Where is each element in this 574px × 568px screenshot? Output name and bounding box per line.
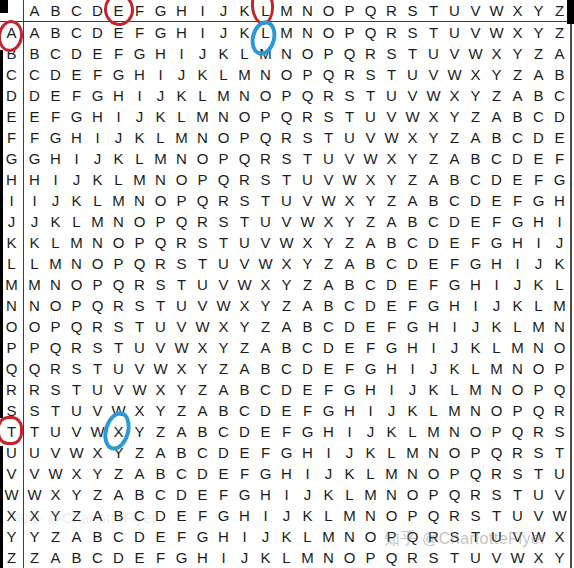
cell-E-A: E [24, 106, 45, 127]
cell-T-F: Y [129, 421, 150, 442]
cell-F-D: I [87, 127, 108, 148]
cell-J-O: X [318, 211, 339, 232]
cell-A-Y: Y [528, 22, 549, 43]
cell-V-L: G [255, 463, 276, 484]
cell-S-V: N [465, 400, 486, 421]
cell-W-O: K [318, 484, 339, 505]
cell-V-M: H [276, 463, 297, 484]
cell-U-H: B [171, 442, 192, 463]
col-header-F: F [129, 0, 150, 22]
cell-W-K: G [234, 484, 255, 505]
cell-L-C: N [66, 253, 87, 274]
cell-V-K: F [234, 463, 255, 484]
row-header-E: E [0, 106, 24, 127]
cell-G-B: H [45, 148, 66, 169]
cell-U-V: P [465, 442, 486, 463]
cell-I-J: R [213, 190, 234, 211]
cell-J-V: E [465, 211, 486, 232]
cell-S-B: T [45, 400, 66, 421]
row-header-M: M [0, 274, 24, 295]
col-header-H: H [171, 0, 192, 22]
cell-T-Z: S [549, 421, 570, 442]
cell-B-Q: R [360, 43, 381, 64]
cell-L-A: L [24, 253, 45, 274]
cell-L-M: X [276, 253, 297, 274]
cell-X-R: O [381, 505, 402, 526]
row-header-Y: Y [0, 526, 24, 547]
cell-W-W: S [486, 484, 507, 505]
cell-Y-J: H [213, 526, 234, 547]
cell-A-Q: Q [360, 22, 381, 43]
cell-F-H: M [171, 127, 192, 148]
cell-Q-K: A [234, 358, 255, 379]
cell-P-X: M [507, 337, 528, 358]
cell-K-H: R [171, 232, 192, 253]
cell-A-C: C [66, 22, 87, 43]
cell-P-Q: F [360, 337, 381, 358]
cell-U-B: V [45, 442, 66, 463]
cell-S-Q: I [360, 400, 381, 421]
cell-S-J: B [213, 400, 234, 421]
cell-R-F: W [129, 379, 150, 400]
row-header-D: D [0, 85, 24, 106]
cell-V-D: Y [87, 463, 108, 484]
cell-C-X: Z [507, 64, 528, 85]
cell-Y-U: S [444, 526, 465, 547]
cell-M-H: T [171, 274, 192, 295]
cell-N-F: S [129, 295, 150, 316]
cell-M-Z: L [549, 274, 570, 295]
cell-H-K: R [234, 169, 255, 190]
cell-S-G: Y [150, 400, 171, 421]
cell-O-H: V [171, 316, 192, 337]
cell-E-C: G [66, 106, 87, 127]
cell-P-D: S [87, 337, 108, 358]
cell-Q-E: U [108, 358, 129, 379]
cell-N-Q: D [360, 295, 381, 316]
row-header-V: V [0, 463, 24, 484]
cell-D-S: V [402, 85, 423, 106]
cell-U-D: X [87, 442, 108, 463]
col-header-T: T [423, 0, 444, 22]
cell-W-A: W [24, 484, 45, 505]
cell-R-E: V [108, 379, 129, 400]
cell-L-W: H [486, 253, 507, 274]
cell-D-F: I [129, 85, 150, 106]
cell-X-O: L [318, 505, 339, 526]
cell-V-V: Q [465, 463, 486, 484]
cell-J-E: N [108, 211, 129, 232]
cell-Y-I: G [192, 526, 213, 547]
cell-X-S: P [402, 505, 423, 526]
cell-Z-Z: Y [549, 547, 570, 568]
cell-N-N: A [297, 295, 318, 316]
cell-P-U: J [444, 337, 465, 358]
cell-I-B: J [45, 190, 66, 211]
cell-V-Q: L [360, 463, 381, 484]
cell-S-L: D [255, 400, 276, 421]
cell-I-T: B [423, 190, 444, 211]
cell-H-Y: F [528, 169, 549, 190]
cell-Q-I: Y [192, 358, 213, 379]
cell-E-E: I [108, 106, 129, 127]
cell-J-X: G [507, 211, 528, 232]
cell-K-W: G [486, 232, 507, 253]
cell-R-B: S [45, 379, 66, 400]
cell-N-E: R [108, 295, 129, 316]
cell-N-D: Q [87, 295, 108, 316]
cell-Y-V: T [465, 526, 486, 547]
cell-Z-C: B [66, 547, 87, 568]
cell-V-A: V [24, 463, 45, 484]
cell-H-G: N [150, 169, 171, 190]
col-header-G: G [150, 0, 171, 22]
cell-K-Y: I [528, 232, 549, 253]
cell-F-O: T [318, 127, 339, 148]
cell-X-A: X [24, 505, 45, 526]
cell-P-E: T [108, 337, 129, 358]
cell-D-O: R [318, 85, 339, 106]
cell-O-K: Y [234, 316, 255, 337]
cell-E-S: W [402, 106, 423, 127]
cell-Q-G: W [150, 358, 171, 379]
cell-C-K: M [234, 64, 255, 85]
cell-X-Y: V [528, 505, 549, 526]
cell-H-F: M [129, 169, 150, 190]
cell-S-A: S [24, 400, 45, 421]
cell-Z-P: O [339, 547, 360, 568]
cell-V-O: J [318, 463, 339, 484]
cell-Z-U: T [444, 547, 465, 568]
cell-J-H: Q [171, 211, 192, 232]
cell-E-Z: D [549, 106, 570, 127]
cell-Z-T: S [423, 547, 444, 568]
cell-B-D: E [87, 43, 108, 64]
cell-A-L: L [255, 22, 276, 43]
cell-P-N: C [297, 337, 318, 358]
cell-Q-R: H [381, 358, 402, 379]
cell-N-Z: M [549, 295, 570, 316]
cell-H-Z: G [549, 169, 570, 190]
cell-F-Y: D [528, 127, 549, 148]
cell-J-F: O [129, 211, 150, 232]
cell-L-F: Q [129, 253, 150, 274]
cell-U-K: E [234, 442, 255, 463]
cell-L-H: S [171, 253, 192, 274]
cell-V-Z: U [549, 463, 570, 484]
cell-G-K: Q [234, 148, 255, 169]
cell-J-A: J [24, 211, 45, 232]
cell-R-V: M [465, 379, 486, 400]
cell-J-I: R [192, 211, 213, 232]
cell-K-P: Z [339, 232, 360, 253]
cell-N-T: G [423, 295, 444, 316]
cell-W-J: F [213, 484, 234, 505]
cell-P-K: Z [234, 337, 255, 358]
cell-R-U: L [444, 379, 465, 400]
cell-M-D: P [87, 274, 108, 295]
cell-M-X: J [507, 274, 528, 295]
cell-S-K: C [234, 400, 255, 421]
cell-H-M: T [276, 169, 297, 190]
cell-N-X: K [507, 295, 528, 316]
cell-D-U: X [444, 85, 465, 106]
cell-Z-A: Z [24, 547, 45, 568]
cell-M-E: Q [108, 274, 129, 295]
cell-Y-M: K [276, 526, 297, 547]
cell-S-X: P [507, 400, 528, 421]
cell-V-N: I [297, 463, 318, 484]
cell-R-S: J [402, 379, 423, 400]
cell-P-R: G [381, 337, 402, 358]
cell-Y-T: R [423, 526, 444, 547]
cell-X-K: H [234, 505, 255, 526]
cell-V-W: R [486, 463, 507, 484]
cell-M-N: Z [297, 274, 318, 295]
cell-W-B: X [45, 484, 66, 505]
cell-F-Z: E [549, 127, 570, 148]
cell-C-F: H [129, 64, 150, 85]
cell-W-H: D [171, 484, 192, 505]
cell-S-U: M [444, 400, 465, 421]
col-header-S: S [402, 0, 423, 22]
cell-C-I: K [192, 64, 213, 85]
cell-W-Z: V [549, 484, 570, 505]
cell-L-S: D [402, 253, 423, 274]
cell-U-Y: S [528, 442, 549, 463]
col-header-O: O [318, 0, 339, 22]
cell-S-Y: Q [528, 400, 549, 421]
cell-Q-T: J [423, 358, 444, 379]
cell-A-H: H [171, 22, 192, 43]
cell-Q-V: L [465, 358, 486, 379]
cell-D-L: O [255, 85, 276, 106]
cell-F-M: R [276, 127, 297, 148]
cell-B-J: K [213, 43, 234, 64]
cell-G-Y: E [528, 148, 549, 169]
cell-A-J: J [213, 22, 234, 43]
cell-T-G: Z [150, 421, 171, 442]
cell-D-R: U [381, 85, 402, 106]
cell-I-R: Z [381, 190, 402, 211]
cell-U-Q: K [360, 442, 381, 463]
cell-G-U: A [444, 148, 465, 169]
cell-E-K: O [234, 106, 255, 127]
cell-B-F: G [129, 43, 150, 64]
cell-F-U: Z [444, 127, 465, 148]
cell-C-H: J [171, 64, 192, 85]
cell-H-J: Q [213, 169, 234, 190]
cell-Z-H: G [171, 547, 192, 568]
cell-K-D: N [87, 232, 108, 253]
cell-M-A: M [24, 274, 45, 295]
cell-M-S: E [402, 274, 423, 295]
cell-Q-P: F [339, 358, 360, 379]
cell-O-Y: M [528, 316, 549, 337]
cell-R-Z: Q [549, 379, 570, 400]
cell-J-D: M [87, 211, 108, 232]
cell-Q-Y: O [528, 358, 549, 379]
cell-E-U: Y [444, 106, 465, 127]
cell-G-F: L [129, 148, 150, 169]
cell-D-V: Y [465, 85, 486, 106]
cell-R-G: X [150, 379, 171, 400]
left-border-bar-lower [0, 446, 3, 568]
cell-D-P: S [339, 85, 360, 106]
cell-Z-Q: P [360, 547, 381, 568]
row-header-J: J [0, 211, 24, 232]
cell-P-H: W [171, 337, 192, 358]
cell-O-B: P [45, 316, 66, 337]
cell-H-O: V [318, 169, 339, 190]
col-header-D: D [87, 0, 108, 22]
cell-C-Z: B [549, 64, 570, 85]
cell-O-V: J [465, 316, 486, 337]
cell-F-Q: V [360, 127, 381, 148]
cell-C-S: U [402, 64, 423, 85]
cell-Y-H: F [171, 526, 192, 547]
cell-Z-S: R [402, 547, 423, 568]
cell-G-P: V [339, 148, 360, 169]
cell-E-B: F [45, 106, 66, 127]
cell-A-E: E [108, 22, 129, 43]
cell-M-Y: K [528, 274, 549, 295]
cell-I-H: P [171, 190, 192, 211]
cell-E-I: M [192, 106, 213, 127]
cell-F-R: W [381, 127, 402, 148]
cell-B-I: J [192, 43, 213, 64]
cell-K-R: B [381, 232, 402, 253]
cell-R-J: A [213, 379, 234, 400]
cell-U-T: N [423, 442, 444, 463]
cell-S-C: U [66, 400, 87, 421]
cell-G-X: D [507, 148, 528, 169]
cell-L-Q: B [360, 253, 381, 274]
cell-Q-H: X [171, 358, 192, 379]
cell-D-H: K [171, 85, 192, 106]
cell-K-E: O [108, 232, 129, 253]
cell-D-I: L [192, 85, 213, 106]
col-header-A: A [24, 0, 45, 22]
cell-A-F: F [129, 22, 150, 43]
cell-Q-U: K [444, 358, 465, 379]
cell-O-E: S [108, 316, 129, 337]
col-header-C: C [66, 0, 87, 22]
cell-C-P: R [339, 64, 360, 85]
cell-Y-O: M [318, 526, 339, 547]
cell-K-V: F [465, 232, 486, 253]
cell-T-R: K [381, 421, 402, 442]
col-header-K: K [234, 0, 255, 22]
col-header-N: N [297, 0, 318, 22]
cell-X-Q: N [360, 505, 381, 526]
cell-E-O: S [318, 106, 339, 127]
cell-D-N: Q [297, 85, 318, 106]
cell-L-D: O [87, 253, 108, 274]
cell-N-O: B [318, 295, 339, 316]
cell-K-S: C [402, 232, 423, 253]
cell-A-M: M [276, 22, 297, 43]
cell-Y-C: A [66, 526, 87, 547]
cell-D-G: J [150, 85, 171, 106]
cell-K-G: Q [150, 232, 171, 253]
cell-P-G: V [150, 337, 171, 358]
cell-O-F: T [129, 316, 150, 337]
cell-M-O: A [318, 274, 339, 295]
cell-A-U: U [444, 22, 465, 43]
cell-T-L: E [255, 421, 276, 442]
cell-Q-F: V [129, 358, 150, 379]
cell-D-E: H [108, 85, 129, 106]
cell-I-Q: Y [360, 190, 381, 211]
cell-Q-W: M [486, 358, 507, 379]
cell-E-L: P [255, 106, 276, 127]
cell-U-R: L [381, 442, 402, 463]
cell-W-Y: U [528, 484, 549, 505]
cell-F-A: F [24, 127, 45, 148]
cell-O-N: B [297, 316, 318, 337]
cell-I-U: C [444, 190, 465, 211]
cell-L-T: E [423, 253, 444, 274]
cell-K-K: U [234, 232, 255, 253]
cell-E-R: V [381, 106, 402, 127]
cell-N-V: I [465, 295, 486, 316]
row-header-X: X [0, 505, 24, 526]
cell-G-Q: W [360, 148, 381, 169]
cell-T-I: B [192, 421, 213, 442]
cell-X-X: U [507, 505, 528, 526]
cell-A-R: R [381, 22, 402, 43]
cell-U-M: G [276, 442, 297, 463]
cell-X-H: E [171, 505, 192, 526]
cell-K-I: S [192, 232, 213, 253]
cell-P-T: I [423, 337, 444, 358]
row-header-C: C [0, 64, 24, 85]
cell-A-K: K [234, 22, 255, 43]
cell-T-N: G [297, 421, 318, 442]
cell-B-X: Y [507, 43, 528, 64]
cell-J-J: S [213, 211, 234, 232]
cell-Z-J: I [213, 547, 234, 568]
cell-E-W: A [486, 106, 507, 127]
cell-K-A: K [24, 232, 45, 253]
cell-I-N: V [297, 190, 318, 211]
cell-R-N: E [297, 379, 318, 400]
cell-A-W: W [486, 22, 507, 43]
row-header-W: W [0, 484, 24, 505]
cell-B-M: N [276, 43, 297, 64]
cell-B-P: Q [339, 43, 360, 64]
cell-B-L: M [255, 43, 276, 64]
cell-I-E: M [108, 190, 129, 211]
cell-X-U: R [444, 505, 465, 526]
cell-R-C: T [66, 379, 87, 400]
cell-W-S: O [402, 484, 423, 505]
cell-V-J: E [213, 463, 234, 484]
cell-A-O: O [318, 22, 339, 43]
cell-B-W: X [486, 43, 507, 64]
cell-M-I: U [192, 274, 213, 295]
col-header-R: R [381, 0, 402, 22]
cell-C-T: V [423, 64, 444, 85]
col-header-X: X [507, 0, 528, 22]
col-header-V: V [465, 0, 486, 22]
cell-B-O: P [318, 43, 339, 64]
cell-M-Q: C [360, 274, 381, 295]
cell-E-Q: U [360, 106, 381, 127]
cell-S-S: K [402, 400, 423, 421]
cell-H-B: I [45, 169, 66, 190]
